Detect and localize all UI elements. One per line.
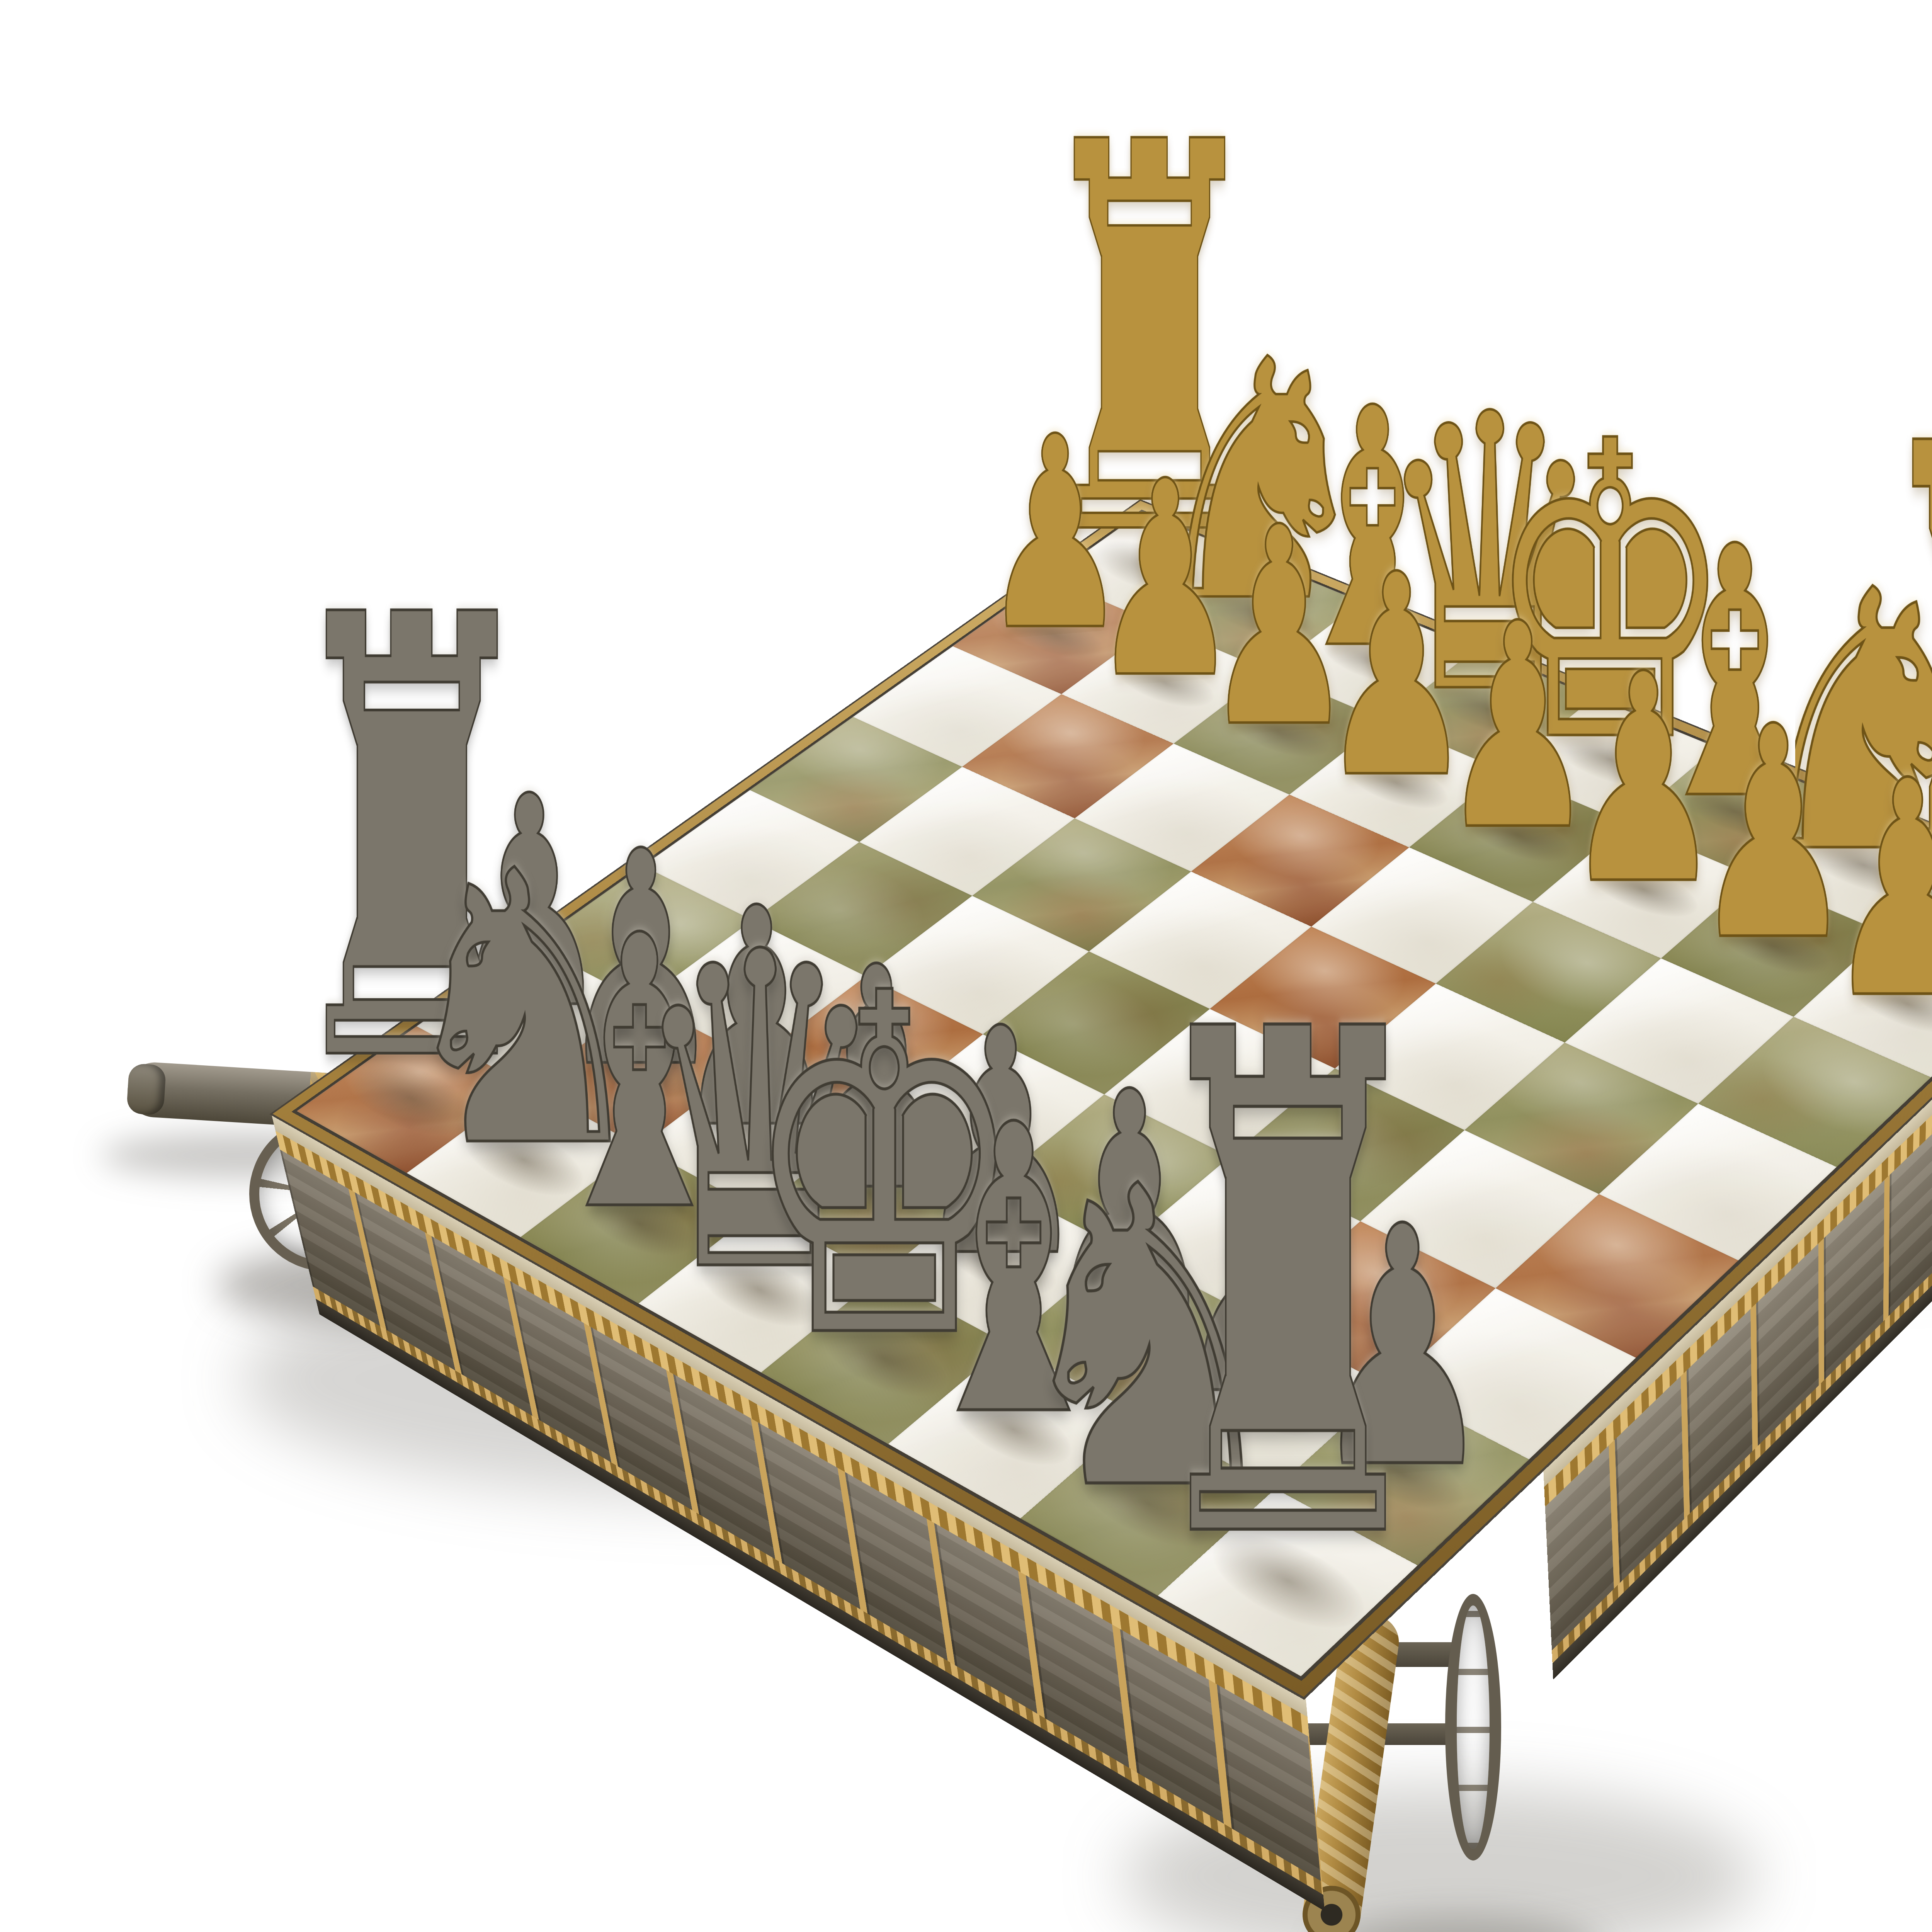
chessboard: ♜♞♝♛♚♝♞♜♟♟♟♟♟♟♟♟♟♟♟♟♟♟♟♟♜♞♝♛♚♝♞♜ [272, 501, 1932, 1697]
photo-canvas: ♜♞♝♛♚♝♞♜♟♟♟♟♟♟♟♟♟♟♟♟♟♟♟♟♜♞♝♛♚♝♞♜ [0, 0, 1932, 1932]
rook-glyph: ♜ [1133, 971, 1442, 1607]
scene: ♜♞♝♛♚♝♞♜♟♟♟♟♟♟♟♟♟♟♟♟♟♟♟♟♜♞♝♛♚♝♞♜ [0, 0, 1932, 1932]
pawn-glyph: ♟ [1825, 753, 1932, 1027]
